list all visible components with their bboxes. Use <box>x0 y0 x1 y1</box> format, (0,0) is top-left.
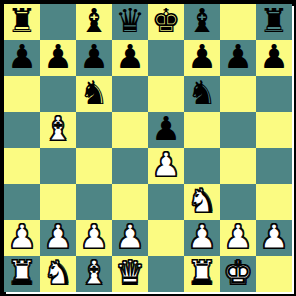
square-h6[interactable] <box>256 76 292 112</box>
white-bishop[interactable]: ♝ <box>43 112 73 147</box>
chess-board: ♜♝♛♚♝♜♟♟♟♟♟♟♟♞♞♝♟♟♞♟♟♟♟♟♟♟♜♞♝♛♜♚ <box>4 4 292 292</box>
square-h4[interactable] <box>256 148 292 184</box>
square-g7[interactable]: ♟ <box>220 40 256 76</box>
black-pawn[interactable]: ♟ <box>43 40 73 75</box>
square-e2[interactable] <box>148 220 184 256</box>
square-b3[interactable] <box>40 184 76 220</box>
white-pawn[interactable]: ♟ <box>115 220 145 255</box>
square-c7[interactable]: ♟ <box>76 40 112 76</box>
square-c8[interactable]: ♝ <box>76 4 112 40</box>
square-b1[interactable]: ♞ <box>40 256 76 292</box>
square-h8[interactable]: ♜ <box>256 4 292 40</box>
white-rook[interactable]: ♜ <box>7 256 37 291</box>
square-a2[interactable]: ♟ <box>4 220 40 256</box>
square-g3[interactable] <box>220 184 256 220</box>
black-knight[interactable]: ♞ <box>187 76 217 111</box>
square-h1[interactable] <box>256 256 292 292</box>
black-pawn[interactable]: ♟ <box>259 40 289 75</box>
white-queen[interactable]: ♛ <box>115 256 145 291</box>
square-d5[interactable] <box>112 112 148 148</box>
white-pawn[interactable]: ♟ <box>7 220 37 255</box>
square-e8[interactable]: ♚ <box>148 4 184 40</box>
square-h3[interactable] <box>256 184 292 220</box>
square-d8[interactable]: ♛ <box>112 4 148 40</box>
black-rook[interactable]: ♜ <box>7 4 37 39</box>
square-g4[interactable] <box>220 148 256 184</box>
square-b8[interactable] <box>40 4 76 40</box>
square-c5[interactable] <box>76 112 112 148</box>
square-f6[interactable]: ♞ <box>184 76 220 112</box>
square-g6[interactable] <box>220 76 256 112</box>
square-h2[interactable]: ♟ <box>256 220 292 256</box>
square-f7[interactable]: ♟ <box>184 40 220 76</box>
square-d2[interactable]: ♟ <box>112 220 148 256</box>
square-f1[interactable]: ♜ <box>184 256 220 292</box>
square-f4[interactable] <box>184 148 220 184</box>
square-d6[interactable] <box>112 76 148 112</box>
square-d4[interactable] <box>112 148 148 184</box>
white-rook[interactable]: ♜ <box>187 256 217 291</box>
square-e1[interactable] <box>148 256 184 292</box>
white-pawn[interactable]: ♟ <box>79 220 109 255</box>
square-g5[interactable] <box>220 112 256 148</box>
white-bishop[interactable]: ♝ <box>79 256 109 291</box>
black-pawn[interactable]: ♟ <box>115 40 145 75</box>
square-b2[interactable]: ♟ <box>40 220 76 256</box>
square-d1[interactable]: ♛ <box>112 256 148 292</box>
square-e3[interactable] <box>148 184 184 220</box>
square-b5[interactable]: ♝ <box>40 112 76 148</box>
square-d7[interactable]: ♟ <box>112 40 148 76</box>
square-a4[interactable] <box>4 148 40 184</box>
square-a3[interactable] <box>4 184 40 220</box>
square-e7[interactable] <box>148 40 184 76</box>
square-c3[interactable] <box>76 184 112 220</box>
square-f2[interactable]: ♟ <box>184 220 220 256</box>
square-f5[interactable] <box>184 112 220 148</box>
square-a6[interactable] <box>4 76 40 112</box>
white-pawn[interactable]: ♟ <box>187 220 217 255</box>
black-pawn[interactable]: ♟ <box>79 40 109 75</box>
square-e4[interactable]: ♟ <box>148 148 184 184</box>
square-f8[interactable]: ♝ <box>184 4 220 40</box>
white-king[interactable]: ♚ <box>223 256 253 291</box>
square-h5[interactable] <box>256 112 292 148</box>
square-c2[interactable]: ♟ <box>76 220 112 256</box>
square-c6[interactable]: ♞ <box>76 76 112 112</box>
white-knight[interactable]: ♞ <box>43 256 73 291</box>
black-bishop[interactable]: ♝ <box>79 4 109 39</box>
square-a1[interactable]: ♜ <box>4 256 40 292</box>
white-pawn[interactable]: ♟ <box>151 148 181 183</box>
square-a5[interactable] <box>4 112 40 148</box>
black-knight[interactable]: ♞ <box>79 76 109 111</box>
square-c4[interactable] <box>76 148 112 184</box>
square-h7[interactable]: ♟ <box>256 40 292 76</box>
black-pawn[interactable]: ♟ <box>187 40 217 75</box>
black-king[interactable]: ♚ <box>151 4 181 39</box>
square-g2[interactable]: ♟ <box>220 220 256 256</box>
square-b7[interactable]: ♟ <box>40 40 76 76</box>
black-bishop[interactable]: ♝ <box>187 4 217 39</box>
square-g8[interactable] <box>220 4 256 40</box>
black-pawn[interactable]: ♟ <box>151 112 181 147</box>
square-d3[interactable] <box>112 184 148 220</box>
square-f3[interactable]: ♞ <box>184 184 220 220</box>
square-a7[interactable]: ♟ <box>4 40 40 76</box>
black-pawn[interactable]: ♟ <box>223 40 253 75</box>
square-e6[interactable] <box>148 76 184 112</box>
square-e5[interactable]: ♟ <box>148 112 184 148</box>
square-b4[interactable] <box>40 148 76 184</box>
black-rook[interactable]: ♜ <box>259 4 289 39</box>
white-knight[interactable]: ♞ <box>187 184 217 219</box>
black-queen[interactable]: ♛ <box>115 4 145 39</box>
square-a8[interactable]: ♜ <box>4 4 40 40</box>
square-g1[interactable]: ♚ <box>220 256 256 292</box>
board-frame: ♜♝♛♚♝♜♟♟♟♟♟♟♟♞♞♝♟♟♞♟♟♟♟♟♟♟♜♞♝♛♜♚ <box>0 0 296 296</box>
white-pawn[interactable]: ♟ <box>43 220 73 255</box>
white-pawn[interactable]: ♟ <box>223 220 253 255</box>
black-pawn[interactable]: ♟ <box>7 40 37 75</box>
square-b6[interactable] <box>40 76 76 112</box>
white-pawn[interactable]: ♟ <box>259 220 289 255</box>
square-c1[interactable]: ♝ <box>76 256 112 292</box>
